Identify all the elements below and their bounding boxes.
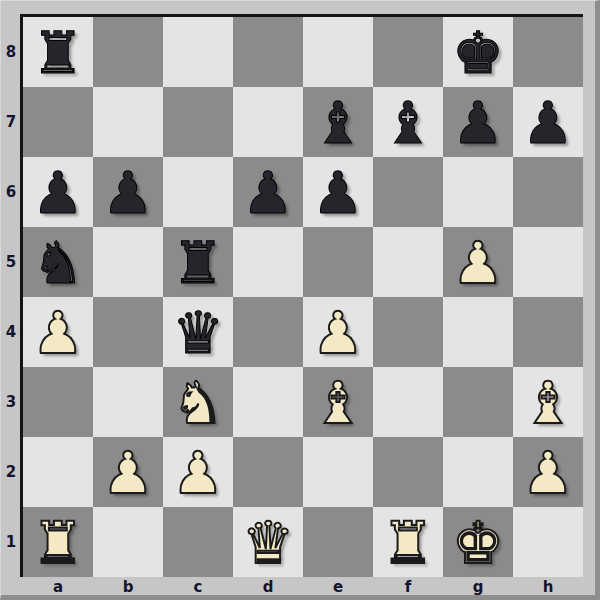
square-b5[interactable] <box>93 227 163 297</box>
square-f5[interactable] <box>373 227 443 297</box>
square-c1[interactable] <box>163 507 233 577</box>
file-label-g: g <box>443 579 513 595</box>
square-f6[interactable] <box>373 157 443 227</box>
black-pawn[interactable]: ♟ <box>303 157 373 227</box>
square-h4[interactable] <box>513 297 583 367</box>
square-f4[interactable] <box>373 297 443 367</box>
square-g1[interactable]: ♚ <box>443 507 513 577</box>
black-rook[interactable]: ♜ <box>163 227 233 297</box>
rank-label-7: 7 <box>4 113 18 131</box>
square-g7[interactable]: ♟ <box>443 87 513 157</box>
square-c8[interactable] <box>163 17 233 87</box>
square-h2[interactable]: ♟ <box>513 437 583 507</box>
square-g6[interactable] <box>443 157 513 227</box>
square-c4[interactable]: ♛ <box>163 297 233 367</box>
square-g3[interactable] <box>443 367 513 437</box>
square-g4[interactable] <box>443 297 513 367</box>
square-e1[interactable] <box>303 507 373 577</box>
black-king[interactable]: ♚ <box>443 17 513 87</box>
file-label-c: c <box>163 579 233 595</box>
square-d6[interactable]: ♟ <box>233 157 303 227</box>
file-label-d: d <box>233 579 303 595</box>
black-knight[interactable]: ♞ <box>23 227 93 297</box>
white-pawn[interactable]: ♟ <box>513 437 583 507</box>
square-c5[interactable]: ♜ <box>163 227 233 297</box>
chess-board: ♜♚♝♝♟♟♟♟♟♟♞♜♟♟♛♟♞♝♝♟♟♟♜♛♜♚ <box>20 14 583 577</box>
file-label-b: b <box>93 579 163 595</box>
rank-label-1: 1 <box>4 533 18 551</box>
black-pawn[interactable]: ♟ <box>233 157 303 227</box>
black-pawn[interactable]: ♟ <box>513 87 583 157</box>
square-d5[interactable] <box>233 227 303 297</box>
square-g2[interactable] <box>443 437 513 507</box>
square-c2[interactable]: ♟ <box>163 437 233 507</box>
black-pawn[interactable]: ♟ <box>23 157 93 227</box>
square-c6[interactable] <box>163 157 233 227</box>
square-h6[interactable] <box>513 157 583 227</box>
rank-label-2: 2 <box>4 463 18 481</box>
square-b6[interactable]: ♟ <box>93 157 163 227</box>
square-a2[interactable] <box>23 437 93 507</box>
square-b4[interactable] <box>93 297 163 367</box>
white-king[interactable]: ♚ <box>443 507 513 577</box>
square-f7[interactable]: ♝ <box>373 87 443 157</box>
black-queen[interactable]: ♛ <box>163 297 233 367</box>
file-label-a: a <box>23 579 93 595</box>
square-h1[interactable] <box>513 507 583 577</box>
rank-label-6: 6 <box>4 183 18 201</box>
square-b3[interactable] <box>93 367 163 437</box>
square-b1[interactable] <box>93 507 163 577</box>
square-d8[interactable] <box>233 17 303 87</box>
white-bishop[interactable]: ♝ <box>303 367 373 437</box>
square-e2[interactable] <box>303 437 373 507</box>
white-pawn[interactable]: ♟ <box>163 437 233 507</box>
square-d7[interactable] <box>233 87 303 157</box>
white-pawn[interactable]: ♟ <box>443 227 513 297</box>
white-pawn[interactable]: ♟ <box>303 297 373 367</box>
square-b2[interactable]: ♟ <box>93 437 163 507</box>
square-h5[interactable] <box>513 227 583 297</box>
white-rook[interactable]: ♜ <box>373 507 443 577</box>
square-e7[interactable]: ♝ <box>303 87 373 157</box>
square-h3[interactable]: ♝ <box>513 367 583 437</box>
white-bishop[interactable]: ♝ <box>513 367 583 437</box>
board-frame: ♜♚♝♝♟♟♟♟♟♟♞♜♟♟♛♟♞♝♝♟♟♟♜♛♜♚ 87654321 abcd… <box>0 0 600 600</box>
square-a6[interactable]: ♟ <box>23 157 93 227</box>
square-f3[interactable] <box>373 367 443 437</box>
square-a4[interactable]: ♟ <box>23 297 93 367</box>
square-a8[interactable]: ♜ <box>23 17 93 87</box>
square-d1[interactable]: ♛ <box>233 507 303 577</box>
black-pawn[interactable]: ♟ <box>93 157 163 227</box>
square-e3[interactable]: ♝ <box>303 367 373 437</box>
square-a1[interactable]: ♜ <box>23 507 93 577</box>
square-f2[interactable] <box>373 437 443 507</box>
square-e4[interactable]: ♟ <box>303 297 373 367</box>
square-h8[interactable] <box>513 17 583 87</box>
square-a5[interactable]: ♞ <box>23 227 93 297</box>
square-c7[interactable] <box>163 87 233 157</box>
square-a3[interactable] <box>23 367 93 437</box>
white-pawn[interactable]: ♟ <box>23 297 93 367</box>
square-b7[interactable] <box>93 87 163 157</box>
square-e5[interactable] <box>303 227 373 297</box>
square-h7[interactable]: ♟ <box>513 87 583 157</box>
square-d3[interactable] <box>233 367 303 437</box>
rank-label-3: 3 <box>4 393 18 411</box>
square-e8[interactable] <box>303 17 373 87</box>
file-label-e: e <box>303 579 373 595</box>
square-a7[interactable] <box>23 87 93 157</box>
square-d4[interactable] <box>233 297 303 367</box>
square-g8[interactable]: ♚ <box>443 17 513 87</box>
white-queen[interactable]: ♛ <box>233 507 303 577</box>
black-pawn[interactable]: ♟ <box>443 87 513 157</box>
file-label-f: f <box>373 579 443 595</box>
white-knight[interactable]: ♞ <box>163 367 233 437</box>
square-c3[interactable]: ♞ <box>163 367 233 437</box>
square-b8[interactable] <box>93 17 163 87</box>
black-bishop[interactable]: ♝ <box>373 87 443 157</box>
square-e6[interactable]: ♟ <box>303 157 373 227</box>
square-f8[interactable] <box>373 17 443 87</box>
square-f1[interactable]: ♜ <box>373 507 443 577</box>
black-bishop[interactable]: ♝ <box>303 87 373 157</box>
white-rook[interactable]: ♜ <box>23 507 93 577</box>
white-pawn[interactable]: ♟ <box>93 437 163 507</box>
square-d2[interactable] <box>233 437 303 507</box>
square-g5[interactable]: ♟ <box>443 227 513 297</box>
rank-label-5: 5 <box>4 253 18 271</box>
file-label-h: h <box>513 579 583 595</box>
rank-label-4: 4 <box>4 323 18 341</box>
black-rook[interactable]: ♜ <box>23 17 93 87</box>
rank-label-8: 8 <box>4 43 18 61</box>
